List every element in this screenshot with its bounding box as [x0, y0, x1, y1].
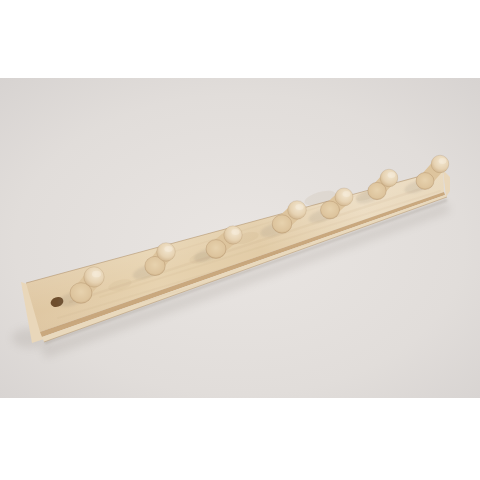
peg-knob — [84, 267, 104, 287]
peg-knob-highlight — [439, 158, 447, 164]
peg-knob — [157, 243, 176, 262]
peg-shaft-top — [206, 240, 226, 259]
peg-knob-highlight — [388, 172, 396, 178]
peg-knob — [224, 226, 242, 244]
peg-rack-scene: Product photo of a pale birch wooden peg… — [0, 0, 480, 480]
peg-knob — [288, 201, 307, 220]
peg-shaft-top — [321, 201, 340, 219]
product-photo: Product photo of a pale birch wooden peg… — [0, 0, 480, 480]
peg-shaft-top — [272, 215, 292, 233]
peg-knob — [380, 169, 398, 187]
peg-knob-highlight — [92, 271, 101, 278]
peg-knob-highlight — [164, 246, 172, 252]
peg-knob-highlight — [295, 204, 303, 210]
peg-knob — [431, 155, 449, 173]
peg-knob-highlight — [342, 191, 350, 197]
peg-knob-highlight — [231, 229, 239, 235]
peg-shaft-top — [416, 173, 434, 190]
peg-knob — [335, 188, 353, 206]
